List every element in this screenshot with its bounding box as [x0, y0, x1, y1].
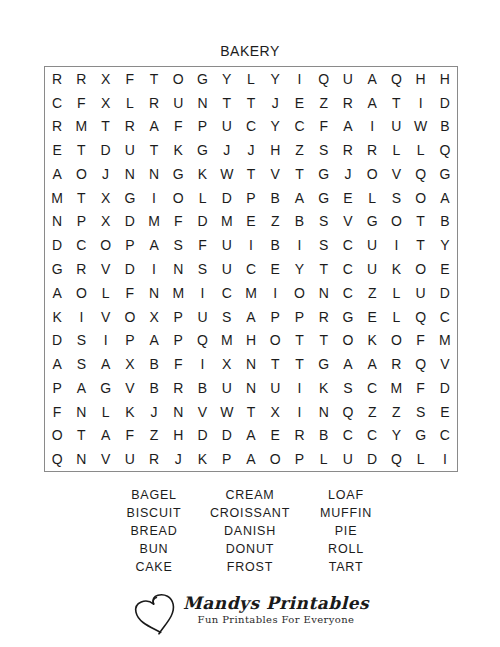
grid-cell-r5c12: G — [312, 162, 336, 186]
grid-cell-r11c2: I — [69, 305, 93, 329]
grid-cell-r16c8: D — [215, 423, 239, 447]
grid-cell-r12c14: K — [360, 328, 384, 352]
word-list-column-1: BAGELBISCUITBREADBUNCAKE — [106, 486, 202, 576]
grid-cell-r13c11: T — [287, 352, 311, 376]
grid-cell-r16c10: E — [263, 423, 287, 447]
grid-cell-r14c10: U — [263, 376, 287, 400]
grid-cell-r10c3: L — [93, 281, 117, 305]
grid-cell-r5c6: G — [166, 162, 190, 186]
grid-cell-r9c1: G — [45, 257, 69, 281]
grid-cell-r7c12: S — [312, 210, 336, 234]
grid-cell-r11c10: P — [263, 305, 287, 329]
grid-cell-r8c16: T — [409, 233, 433, 257]
grid-cell-r4c14: R — [360, 138, 384, 162]
brand-footer: Mandys Printables Fun Printables For Eve… — [0, 593, 500, 637]
grid-cell-r1c6: O — [166, 67, 190, 91]
grid-cell-r10c17: D — [433, 281, 457, 305]
grid-cell-r7c5: M — [142, 210, 166, 234]
grid-cell-r16c4: F — [118, 423, 142, 447]
grid-cell-r1c4: F — [118, 67, 142, 91]
grid-cell-r11c1: K — [45, 305, 69, 329]
grid-cell-r4c10: H — [263, 138, 287, 162]
grid-cell-r15c1: F — [45, 400, 69, 424]
grid-cell-r13c14: A — [360, 352, 384, 376]
grid-cell-r12c5: A — [142, 328, 166, 352]
word-list-item: DONUT — [226, 540, 274, 558]
word-list-item: BREAD — [130, 522, 177, 540]
grid-cell-r13c2: S — [69, 352, 93, 376]
grid-cell-r9c6: N — [166, 257, 190, 281]
grid-cell-r14c5: B — [142, 376, 166, 400]
grid-cell-r17c1: Q — [45, 447, 69, 471]
grid-cell-r12c7: Q — [190, 328, 214, 352]
grid-cell-r3c3: T — [93, 115, 117, 139]
grid-cell-r4c5: T — [142, 138, 166, 162]
grid-cell-r11c17: C — [433, 305, 457, 329]
grid-cell-r4c15: L — [384, 138, 408, 162]
grid-cell-r14c16: F — [409, 376, 433, 400]
grid-cell-r17c16: L — [409, 447, 433, 471]
grid-cell-r9c13: C — [336, 257, 360, 281]
grid-cell-r9c2: R — [69, 257, 93, 281]
grid-cell-r12c4: P — [118, 328, 142, 352]
grid-cell-r5c15: V — [384, 162, 408, 186]
grid-cell-r2c11: E — [287, 91, 311, 115]
grid-cell-r13c16: Q — [409, 352, 433, 376]
grid-cell-r13c8: X — [215, 352, 239, 376]
grid-cell-r11c8: S — [215, 305, 239, 329]
grid-cell-r8c12: S — [312, 233, 336, 257]
grid-cell-r5c1: A — [45, 162, 69, 186]
grid-cell-r12c17: M — [433, 328, 457, 352]
grid-cell-r1c17: H — [433, 67, 457, 91]
grid-cell-r1c9: L — [239, 67, 263, 91]
grid-cell-r12c15: O — [384, 328, 408, 352]
grid-cell-r8c6: S — [166, 233, 190, 257]
grid-cell-r7c1: N — [45, 210, 69, 234]
grid-cell-r3c2: M — [69, 115, 93, 139]
grid-cell-r15c3: L — [93, 400, 117, 424]
grid-cell-r2c4: L — [118, 91, 142, 115]
grid-cell-r15c6: N — [166, 400, 190, 424]
grid-cell-r4c9: J — [239, 138, 263, 162]
grid-cell-r2c3: X — [93, 91, 117, 115]
grid-cell-r2c17: D — [433, 91, 457, 115]
grid-cell-r17c2: N — [69, 447, 93, 471]
grid-cell-r17c5: R — [142, 447, 166, 471]
grid-cell-r7c6: F — [166, 210, 190, 234]
grid-cell-r15c2: N — [69, 400, 93, 424]
grid-cell-r8c5: A — [142, 233, 166, 257]
grid-cell-r17c8: P — [215, 447, 239, 471]
grid-cell-r4c1: E — [45, 138, 69, 162]
grid-cell-r5c7: K — [190, 162, 214, 186]
grid-cell-r14c1: P — [45, 376, 69, 400]
grid-cell-r3c10: Y — [263, 115, 287, 139]
word-list-item: TART — [329, 558, 364, 576]
grid-cell-r16c5: Z — [142, 423, 166, 447]
grid-cell-r2c7: N — [190, 91, 214, 115]
grid-cell-r17c7: K — [190, 447, 214, 471]
grid-cell-r1c14: A — [360, 67, 384, 91]
grid-cell-r3c12: F — [312, 115, 336, 139]
grid-cell-r9c8: U — [215, 257, 239, 281]
grid-cell-r4c2: T — [69, 138, 93, 162]
grid-cell-r1c16: H — [409, 67, 433, 91]
grid-cell-r12c1: D — [45, 328, 69, 352]
grid-cell-r16c11: R — [287, 423, 311, 447]
grid-cell-r7c16: T — [409, 210, 433, 234]
grid-cell-r17c15: Q — [384, 447, 408, 471]
grid-cell-r8c14: U — [360, 233, 384, 257]
grid-cell-r3c14: I — [360, 115, 384, 139]
grid-cell-r4c12: S — [312, 138, 336, 162]
grid-cell-r5c14: O — [360, 162, 384, 186]
grid-cell-r2c13: R — [336, 91, 360, 115]
grid-cell-r1c5: T — [142, 67, 166, 91]
grid-cell-r8c10: B — [263, 233, 287, 257]
grid-cell-r6c10: B — [263, 186, 287, 210]
grid-cell-r6c3: X — [93, 186, 117, 210]
grid-cell-r3c9: C — [239, 115, 263, 139]
grid-cell-r5c17: G — [433, 162, 457, 186]
grid-cell-r13c3: A — [93, 352, 117, 376]
grid-cell-r4c3: D — [93, 138, 117, 162]
grid-cell-r6c6: O — [166, 186, 190, 210]
grid-cell-r13c6: F — [166, 352, 190, 376]
grid-cell-r9c15: K — [384, 257, 408, 281]
grid-cell-r2c15: T — [384, 91, 408, 115]
grid-cell-r9c16: O — [409, 257, 433, 281]
grid-cell-r11c4: O — [118, 305, 142, 329]
grid-cell-r10c9: M — [239, 281, 263, 305]
grid-cell-r3c5: A — [142, 115, 166, 139]
grid-cell-r16c9: A — [239, 423, 263, 447]
grid-cell-r13c17: V — [433, 352, 457, 376]
word-list-item: BUN — [140, 540, 169, 558]
puzzle-title: BAKERY — [0, 43, 500, 59]
grid-cell-r6c8: D — [215, 186, 239, 210]
grid-cell-r8c1: D — [45, 233, 69, 257]
grid-cell-r3c8: U — [215, 115, 239, 139]
grid-cell-r2c6: U — [166, 91, 190, 115]
grid-cell-r5c11: T — [287, 162, 311, 186]
word-list-item: CROISSANT — [210, 504, 290, 522]
worksheet-page: BAKERY RRXFTOGYLYIQUAQHHCFXLRUNTTJEZRATI… — [0, 0, 500, 647]
grid-cell-r10c4: F — [118, 281, 142, 305]
grid-cell-r14c2: A — [69, 376, 93, 400]
grid-cell-r15c15: Z — [384, 400, 408, 424]
grid-cell-r7c17: B — [433, 210, 457, 234]
grid-cell-r9c3: V — [93, 257, 117, 281]
grid-cell-r13c1: A — [45, 352, 69, 376]
grid-cell-r11c12: R — [312, 305, 336, 329]
grid-cell-r7c14: G — [360, 210, 384, 234]
grid-cell-r3c11: C — [287, 115, 311, 139]
grid-cell-r6c16: O — [409, 186, 433, 210]
grid-cell-r1c13: U — [336, 67, 360, 91]
grid-cell-r14c13: S — [336, 376, 360, 400]
grid-cell-r14c3: G — [93, 376, 117, 400]
grid-cell-r9c10: E — [263, 257, 287, 281]
grid-cell-r2c5: R — [142, 91, 166, 115]
grid-cell-r16c14: C — [360, 423, 384, 447]
grid-cell-r6c17: A — [433, 186, 457, 210]
grid-cell-r17c10: O — [263, 447, 287, 471]
grid-cell-r3c6: F — [166, 115, 190, 139]
grid-cell-r15c17: E — [433, 400, 457, 424]
word-search-grid: RRXFTOGYLYIQUAQHHCFXLRUNTTJEZRATIDRMTRAF… — [44, 66, 458, 472]
grid-cell-r16c6: H — [166, 423, 190, 447]
grid-cell-r8c2: C — [69, 233, 93, 257]
grid-cell-r6c13: E — [336, 186, 360, 210]
grid-cell-r6c12: G — [312, 186, 336, 210]
grid-cell-r5c2: O — [69, 162, 93, 186]
grid-cell-r14c4: V — [118, 376, 142, 400]
word-list-item: PIE — [335, 522, 358, 540]
grid-cell-r4c6: K — [166, 138, 190, 162]
grid-cell-r13c10: T — [263, 352, 287, 376]
word-list-item: LOAF — [328, 486, 364, 504]
grid-cell-r10c10: I — [263, 281, 287, 305]
grid-cell-r15c7: V — [190, 400, 214, 424]
grid-cell-r7c2: P — [69, 210, 93, 234]
word-list-item: BAGEL — [131, 486, 177, 504]
grid-cell-r15c9: T — [239, 400, 263, 424]
grid-cell-r1c11: I — [287, 67, 311, 91]
grid-cell-r9c11: Y — [287, 257, 311, 281]
grid-cell-r5c3: J — [93, 162, 117, 186]
grid-cell-r5c16: Q — [409, 162, 433, 186]
grid-cell-r6c15: S — [384, 186, 408, 210]
grid-cell-r8c15: I — [384, 233, 408, 257]
grid-cell-r16c2: T — [69, 423, 93, 447]
grid-cell-r5c13: J — [336, 162, 360, 186]
grid-cell-r11c9: A — [239, 305, 263, 329]
brand-text-block: Mandys Printables Fun Printables For Eve… — [183, 593, 369, 626]
grid-cell-r8c3: O — [93, 233, 117, 257]
grid-cell-r17c9: A — [239, 447, 263, 471]
grid-cell-r11c5: X — [142, 305, 166, 329]
grid-cell-r15c11: I — [287, 400, 311, 424]
grid-cell-r7c7: D — [190, 210, 214, 234]
brand-tagline: Fun Printables For Everyone — [198, 613, 355, 626]
grid-cell-r8c11: I — [287, 233, 311, 257]
grid-cell-r11c7: U — [190, 305, 214, 329]
grid-cell-r4c16: L — [409, 138, 433, 162]
grid-cell-r6c9: P — [239, 186, 263, 210]
grid-cell-r11c13: G — [336, 305, 360, 329]
grid-cell-r3c1: R — [45, 115, 69, 139]
grid-cell-r2c2: F — [69, 91, 93, 115]
grid-cell-r13c7: I — [190, 352, 214, 376]
grid-cell-r1c2: R — [69, 67, 93, 91]
grid-cell-r10c14: Z — [360, 281, 384, 305]
grid-cell-r14c14: C — [360, 376, 384, 400]
grid-cell-r5c4: N — [118, 162, 142, 186]
grid-cell-r10c16: U — [409, 281, 433, 305]
grid-cell-r9c7: S — [190, 257, 214, 281]
grid-cell-r10c11: O — [287, 281, 311, 305]
grid-cell-r11c3: V — [93, 305, 117, 329]
grid-cell-r10c7: I — [190, 281, 214, 305]
grid-cell-r6c4: G — [118, 186, 142, 210]
grid-cell-r9c4: D — [118, 257, 142, 281]
grid-cell-r7c4: D — [118, 210, 142, 234]
grid-cell-r15c8: W — [215, 400, 239, 424]
grid-cell-r7c9: E — [239, 210, 263, 234]
grid-cell-r9c5: I — [142, 257, 166, 281]
grid-cell-r7c11: B — [287, 210, 311, 234]
word-list-item: FROST — [227, 558, 273, 576]
grid-cell-r13c15: R — [384, 352, 408, 376]
grid-cell-r11c16: Q — [409, 305, 433, 329]
grid-cell-r15c4: K — [118, 400, 142, 424]
grid-cell-r9c14: U — [360, 257, 384, 281]
grid-cell-r17c12: L — [312, 447, 336, 471]
grid-cell-r3c15: U — [384, 115, 408, 139]
grid-cell-r3c17: B — [433, 115, 457, 139]
grid-cell-r8c8: U — [215, 233, 239, 257]
grid-cell-r2c12: Z — [312, 91, 336, 115]
grid-cell-r13c9: N — [239, 352, 263, 376]
grid-cell-r1c8: Y — [215, 67, 239, 91]
grid-cell-r12c16: F — [409, 328, 433, 352]
word-list-item: ROLL — [328, 540, 364, 558]
grid-cell-r17c14: D — [360, 447, 384, 471]
word-list-item: CREAM — [225, 486, 274, 504]
grid-cell-r5c5: N — [142, 162, 166, 186]
grid-cell-r12c8: M — [215, 328, 239, 352]
grid-cell-r10c1: A — [45, 281, 69, 305]
grid-cell-r14c15: M — [384, 376, 408, 400]
brand-name: Mandys Printables — [183, 593, 369, 613]
grid-cell-r3c16: W — [409, 115, 433, 139]
grid-cell-r14c17: D — [433, 376, 457, 400]
grid-cell-r11c15: L — [384, 305, 408, 329]
grid-cell-r2c14: A — [360, 91, 384, 115]
grid-cell-r16c7: D — [190, 423, 214, 447]
grid-cell-r12c10: O — [263, 328, 287, 352]
grid-cell-r10c2: O — [69, 281, 93, 305]
grid-cell-r17c6: J — [166, 447, 190, 471]
grid-cell-r6c1: M — [45, 186, 69, 210]
grid-cell-r16c16: G — [409, 423, 433, 447]
grid-cell-r13c13: A — [336, 352, 360, 376]
grid-cell-r16c1: O — [45, 423, 69, 447]
grid-cell-r12c11: T — [287, 328, 311, 352]
grid-cell-r17c11: P — [287, 447, 311, 471]
grid-cell-r6c2: T — [69, 186, 93, 210]
grid-cell-r2c1: C — [45, 91, 69, 115]
grid-cell-r3c4: R — [118, 115, 142, 139]
grid-cell-r11c11: P — [287, 305, 311, 329]
grid-cell-r12c12: T — [312, 328, 336, 352]
grid-cell-r5c8: W — [215, 162, 239, 186]
grid-cell-r12c6: P — [166, 328, 190, 352]
grid-cell-r17c17: I — [433, 447, 457, 471]
grid-cell-r1c10: Y — [263, 67, 287, 91]
grid-cell-r6c14: L — [360, 186, 384, 210]
grid-cell-r1c15: Q — [384, 67, 408, 91]
grid-cell-r13c5: B — [142, 352, 166, 376]
grid-cell-r16c3: A — [93, 423, 117, 447]
word-list-item: BISCUIT — [127, 504, 182, 522]
grid-cell-r4c13: R — [336, 138, 360, 162]
word-list-column-2: CREAMCROISSANTDANISHDONUTFROST — [202, 486, 298, 576]
grid-cell-r4c8: J — [215, 138, 239, 162]
word-list-column-3: LOAFMUFFINPIEROLLTART — [298, 486, 394, 576]
grid-cell-r1c12: Q — [312, 67, 336, 91]
grid-cell-r7c13: V — [336, 210, 360, 234]
grid-cell-r11c6: P — [166, 305, 190, 329]
word-list-item: MUFFIN — [320, 504, 372, 522]
grid-cell-r9c9: C — [239, 257, 263, 281]
grid-cell-r14c8: U — [215, 376, 239, 400]
grid-cell-r7c8: M — [215, 210, 239, 234]
grid-cell-r11c14: E — [360, 305, 384, 329]
grid-cell-r17c13: U — [336, 447, 360, 471]
grid-cell-r17c3: V — [93, 447, 117, 471]
grid-cell-r4c7: G — [190, 138, 214, 162]
grid-cell-r2c8: T — [215, 91, 239, 115]
grid-cell-r6c11: A — [287, 186, 311, 210]
grid-cell-r9c12: T — [312, 257, 336, 281]
grid-cell-r4c4: U — [118, 138, 142, 162]
grid-cell-r15c12: N — [312, 400, 336, 424]
grid-cell-r1c7: G — [190, 67, 214, 91]
grid-cell-r7c3: X — [93, 210, 117, 234]
grid-cell-r8c13: C — [336, 233, 360, 257]
grid-cell-r13c12: G — [312, 352, 336, 376]
grid-cell-r12c3: I — [93, 328, 117, 352]
grid-cell-r3c13: A — [336, 115, 360, 139]
grid-cell-r8c4: P — [118, 233, 142, 257]
grid-cell-r5c10: V — [263, 162, 287, 186]
grid-cell-r10c5: N — [142, 281, 166, 305]
grid-cell-r16c13: C — [336, 423, 360, 447]
grid-cell-r8c17: Y — [433, 233, 457, 257]
grid-cell-r10c13: C — [336, 281, 360, 305]
grid-cell-r15c16: S — [409, 400, 433, 424]
grid-cell-r14c12: K — [312, 376, 336, 400]
grid-cell-r6c5: I — [142, 186, 166, 210]
grid-cell-r12c9: H — [239, 328, 263, 352]
grid-cell-r10c15: L — [384, 281, 408, 305]
grid-cell-r4c17: Q — [433, 138, 457, 162]
grid-cell-r7c10: Z — [263, 210, 287, 234]
grid-cell-r15c14: Z — [360, 400, 384, 424]
grid-cell-r15c10: X — [263, 400, 287, 424]
grid-cell-r10c12: N — [312, 281, 336, 305]
grid-cell-r7c15: O — [384, 210, 408, 234]
word-list-item: DANISH — [224, 522, 276, 540]
grid-cell-r16c15: Y — [384, 423, 408, 447]
grid-cell-r12c13: O — [336, 328, 360, 352]
word-list-item: CAKE — [135, 558, 172, 576]
grid-cell-r8c7: F — [190, 233, 214, 257]
grid-cell-r2c16: I — [409, 91, 433, 115]
grid-cell-r12c2: S — [69, 328, 93, 352]
grid-cell-r14c11: I — [287, 376, 311, 400]
grid-cell-r15c13: Q — [336, 400, 360, 424]
grid-cell-r1c1: R — [45, 67, 69, 91]
grid-cell-r15c5: J — [142, 400, 166, 424]
grid-cell-r16c12: B — [312, 423, 336, 447]
grid-cell-r14c9: N — [239, 376, 263, 400]
grid-cell-r14c6: R — [166, 376, 190, 400]
grid-cell-r10c8: C — [215, 281, 239, 305]
